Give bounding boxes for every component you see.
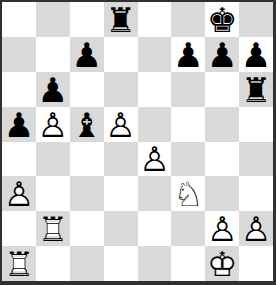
square-c6 (70, 72, 104, 107)
black-king-g8-icon: ♚ (205, 2, 239, 37)
square-h4 (239, 142, 273, 177)
square-c1 (70, 246, 104, 281)
square-e8 (138, 2, 172, 37)
square-d6 (104, 72, 138, 107)
square-d5: ♟♙ (104, 107, 138, 142)
square-e4: ♟♙ (138, 142, 172, 177)
square-f7: ♟ (171, 37, 205, 72)
chess-board: ♜♚♟♟♟♟♟♜♟♟♙♝♟♙♟♙♟♙♞♘♜♖♟♙♟♙♜♖♚♔ (2, 2, 273, 281)
square-d1 (104, 246, 138, 281)
black-pawn-c7-icon: ♟ (70, 37, 104, 72)
white-pawn-a3-icon: ♟♙ (2, 176, 36, 211)
square-c4 (70, 142, 104, 177)
square-f8 (171, 2, 205, 37)
square-h2: ♟♙ (239, 211, 273, 246)
square-b2: ♜♖ (36, 211, 70, 246)
black-pawn-h7-icon: ♟ (239, 37, 273, 72)
square-g6 (205, 72, 239, 107)
black-pawn-g7-icon: ♟ (205, 37, 239, 72)
black-pawn-f7-icon: ♟ (171, 37, 205, 72)
square-a7 (2, 37, 36, 72)
white-rook-b2-icon: ♜♖ (36, 211, 70, 246)
square-b7 (36, 37, 70, 72)
chess-board-frame: ♜♚♟♟♟♟♟♜♟♟♙♝♟♙♟♙♟♙♞♘♜♖♟♙♟♙♜♖♚♔ (0, 0, 276, 285)
black-rook-h6-icon: ♜ (239, 72, 273, 107)
square-e6 (138, 72, 172, 107)
square-a6 (2, 72, 36, 107)
square-a5: ♟ (2, 107, 36, 142)
square-a2 (2, 211, 36, 246)
square-g1: ♚♔ (205, 246, 239, 281)
square-h6: ♜ (239, 72, 273, 107)
square-h7: ♟ (239, 37, 273, 72)
square-f2 (171, 211, 205, 246)
square-d4 (104, 142, 138, 177)
square-b1 (36, 246, 70, 281)
square-g2: ♟♙ (205, 211, 239, 246)
square-g5 (205, 107, 239, 142)
square-f3: ♞♘ (171, 176, 205, 211)
square-h3 (239, 176, 273, 211)
square-b4 (36, 142, 70, 177)
square-c8 (70, 2, 104, 37)
square-d2 (104, 211, 138, 246)
white-pawn-h2-icon: ♟♙ (239, 211, 273, 246)
square-h1 (239, 246, 273, 281)
square-g7: ♟ (205, 37, 239, 72)
square-b8 (36, 2, 70, 37)
square-e1 (138, 246, 172, 281)
square-h5 (239, 107, 273, 142)
square-f4 (171, 142, 205, 177)
square-c7: ♟ (70, 37, 104, 72)
square-b5: ♟♙ (36, 107, 70, 142)
square-d3 (104, 176, 138, 211)
square-g4 (205, 142, 239, 177)
square-f5 (171, 107, 205, 142)
square-c3 (70, 176, 104, 211)
square-b6: ♟ (36, 72, 70, 107)
square-c5: ♝ (70, 107, 104, 142)
square-g8: ♚ (205, 2, 239, 37)
square-a4 (2, 142, 36, 177)
square-d7 (104, 37, 138, 72)
black-rook-d8-icon: ♜ (104, 2, 138, 37)
square-f1 (171, 246, 205, 281)
square-e3 (138, 176, 172, 211)
black-pawn-a5-icon: ♟ (2, 107, 36, 142)
square-f6 (171, 72, 205, 107)
square-h8 (239, 2, 273, 37)
white-pawn-d5-icon: ♟♙ (104, 107, 138, 142)
square-a8 (2, 2, 36, 37)
white-pawn-b5-icon: ♟♙ (36, 107, 70, 142)
square-e7 (138, 37, 172, 72)
square-c2 (70, 211, 104, 246)
black-pawn-b6-icon: ♟ (36, 72, 70, 107)
white-rook-a1-icon: ♜♖ (2, 246, 36, 281)
square-a1: ♜♖ (2, 246, 36, 281)
square-a3: ♟♙ (2, 176, 36, 211)
white-pawn-g2-icon: ♟♙ (205, 211, 239, 246)
square-b3 (36, 176, 70, 211)
black-bishop-c5-icon: ♝ (70, 107, 104, 142)
white-king-g1-icon: ♚♔ (205, 246, 239, 281)
square-e5 (138, 107, 172, 142)
square-g3 (205, 176, 239, 211)
square-e2 (138, 211, 172, 246)
square-d8: ♜ (104, 2, 138, 37)
white-pawn-e4-icon: ♟♙ (138, 142, 172, 177)
white-knight-f3-icon: ♞♘ (171, 176, 205, 211)
